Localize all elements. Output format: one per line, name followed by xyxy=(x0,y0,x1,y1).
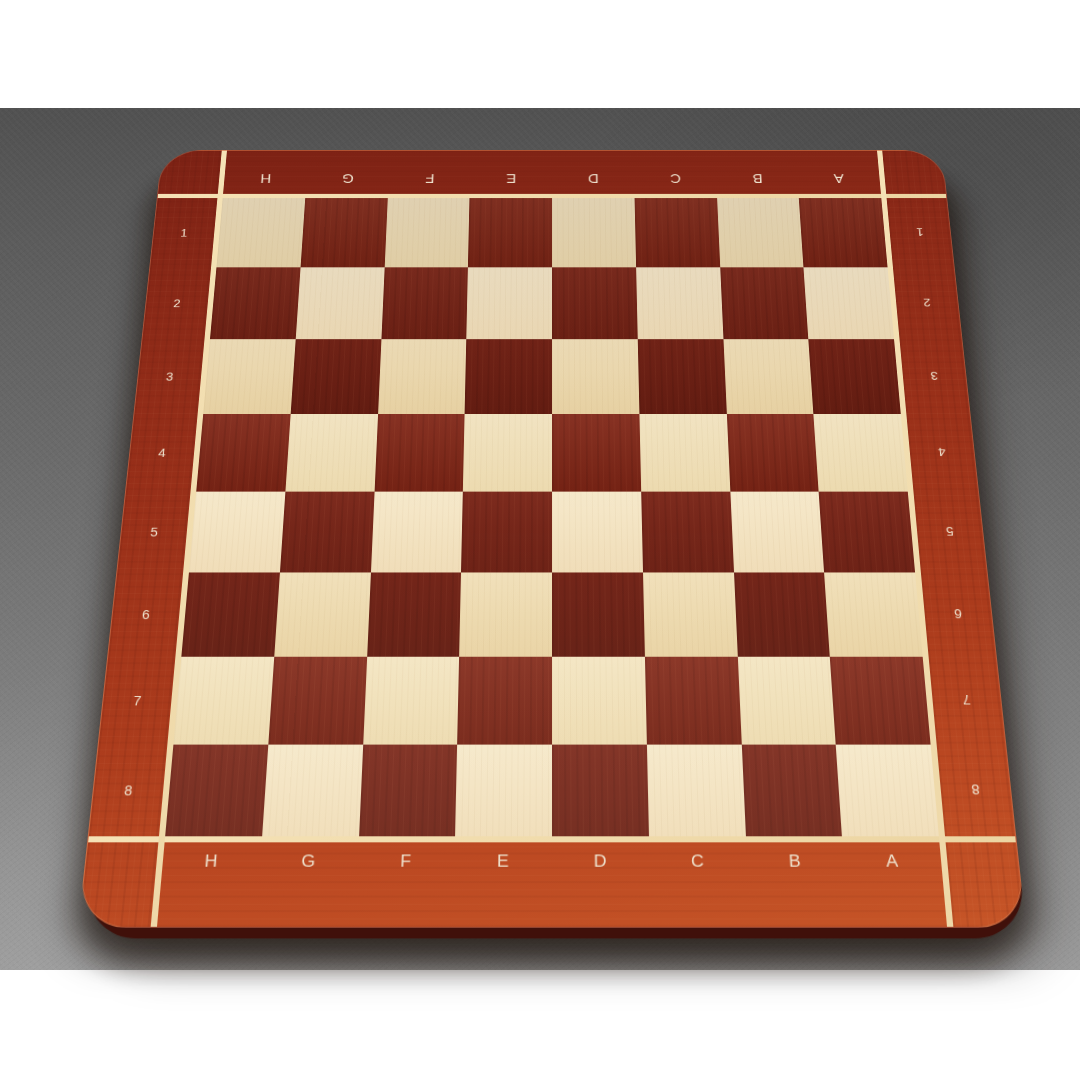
file-label-bottom-f: F xyxy=(357,842,456,881)
square-e6 xyxy=(459,572,552,656)
square-f3 xyxy=(378,339,467,414)
square-d5 xyxy=(552,492,643,573)
chessboard: HGFEDCBA HGFEDCBA 12345678 12345678 xyxy=(78,150,1026,928)
square-g4 xyxy=(285,414,377,492)
square-f2 xyxy=(381,267,468,339)
file-label-top-a: A xyxy=(797,162,881,194)
square-e8 xyxy=(455,745,552,837)
rank-label-right-2: 2 xyxy=(893,267,962,339)
square-b2 xyxy=(720,267,809,339)
square-c7 xyxy=(645,657,742,745)
square-g5 xyxy=(280,492,374,573)
rank-label-left-6: 6 xyxy=(108,572,183,656)
square-a1 xyxy=(799,198,888,267)
rank-label-right-8: 8 xyxy=(937,745,1016,837)
file-label-bottom-c: C xyxy=(649,842,748,881)
rank-label-left-7: 7 xyxy=(99,657,176,745)
file-label-top-f: F xyxy=(388,162,471,194)
square-g1 xyxy=(300,198,387,267)
square-a7 xyxy=(830,657,931,745)
board-top-face: HGFEDCBA HGFEDCBA 12345678 12345678 xyxy=(78,150,1026,928)
photo-background: HGFEDCBA HGFEDCBA 12345678 12345678 xyxy=(0,0,1080,1080)
square-a8 xyxy=(836,745,939,837)
square-h5 xyxy=(189,492,285,573)
square-g7 xyxy=(268,657,367,745)
rank-label-right-1: 1 xyxy=(887,198,954,267)
square-g8 xyxy=(262,745,363,837)
square-a5 xyxy=(819,492,915,573)
rank-label-right-5: 5 xyxy=(913,492,986,573)
rank-label-left-3: 3 xyxy=(134,339,204,414)
square-a2 xyxy=(804,267,894,339)
file-label-top-d: D xyxy=(552,162,634,194)
rank-label-left-8: 8 xyxy=(89,745,168,837)
square-c8 xyxy=(647,745,746,837)
square-a3 xyxy=(809,339,901,414)
square-d4 xyxy=(552,414,641,492)
square-d3 xyxy=(552,339,639,414)
file-labels-bottom: HGFEDCBA xyxy=(157,842,947,926)
square-e2 xyxy=(466,267,552,339)
file-label-bottom-e: E xyxy=(454,842,552,881)
square-g2 xyxy=(295,267,384,339)
square-a4 xyxy=(814,414,908,492)
square-b6 xyxy=(734,572,830,656)
square-e7 xyxy=(457,657,552,745)
rank-label-right-3: 3 xyxy=(900,339,970,414)
rank-label-right-4: 4 xyxy=(906,414,978,492)
square-c3 xyxy=(638,339,727,414)
square-d1 xyxy=(552,198,636,267)
rank-label-right-6: 6 xyxy=(921,572,996,656)
square-f1 xyxy=(384,198,469,267)
square-h6 xyxy=(181,572,279,656)
square-b8 xyxy=(741,745,842,837)
square-g6 xyxy=(274,572,370,656)
square-g3 xyxy=(290,339,381,414)
square-d6 xyxy=(552,572,645,656)
square-c5 xyxy=(641,492,734,573)
file-labels-top: HGFEDCBA xyxy=(223,151,881,194)
file-label-bottom-a: A xyxy=(843,842,943,881)
square-h8 xyxy=(165,745,268,837)
file-label-top-b: B xyxy=(715,162,799,194)
square-h7 xyxy=(173,657,274,745)
square-c4 xyxy=(639,414,730,492)
square-f8 xyxy=(359,745,458,837)
file-label-bottom-d: D xyxy=(552,842,650,881)
square-h4 xyxy=(196,414,290,492)
square-b5 xyxy=(730,492,824,573)
square-b3 xyxy=(723,339,814,414)
rank-label-left-2: 2 xyxy=(142,267,211,339)
file-label-bottom-h: H xyxy=(161,842,261,881)
playing-area xyxy=(165,198,939,836)
file-label-top-g: G xyxy=(305,162,389,194)
rank-label-left-5: 5 xyxy=(117,492,190,573)
square-f7 xyxy=(363,657,460,745)
square-f6 xyxy=(367,572,462,656)
square-e3 xyxy=(465,339,552,414)
file-label-top-c: C xyxy=(634,162,717,194)
square-c1 xyxy=(634,198,719,267)
file-label-top-e: E xyxy=(470,162,552,194)
square-e1 xyxy=(468,198,552,267)
square-d7 xyxy=(552,657,647,745)
square-b1 xyxy=(717,198,804,267)
square-h2 xyxy=(210,267,300,339)
file-label-bottom-g: G xyxy=(259,842,358,881)
square-c2 xyxy=(636,267,723,339)
square-c6 xyxy=(643,572,738,656)
square-e5 xyxy=(461,492,552,573)
square-a6 xyxy=(824,572,922,656)
square-e4 xyxy=(463,414,552,492)
square-d8 xyxy=(552,745,649,837)
square-b7 xyxy=(737,657,836,745)
square-f4 xyxy=(374,414,465,492)
file-label-bottom-b: B xyxy=(746,842,845,881)
square-f5 xyxy=(370,492,463,573)
rank-label-left-4: 4 xyxy=(126,414,198,492)
rank-label-right-7: 7 xyxy=(929,657,1006,745)
square-h1 xyxy=(216,198,305,267)
file-label-top-h: H xyxy=(223,162,307,194)
square-b4 xyxy=(726,414,818,492)
square-h3 xyxy=(203,339,295,414)
rank-label-left-1: 1 xyxy=(150,198,217,267)
square-d2 xyxy=(552,267,638,339)
